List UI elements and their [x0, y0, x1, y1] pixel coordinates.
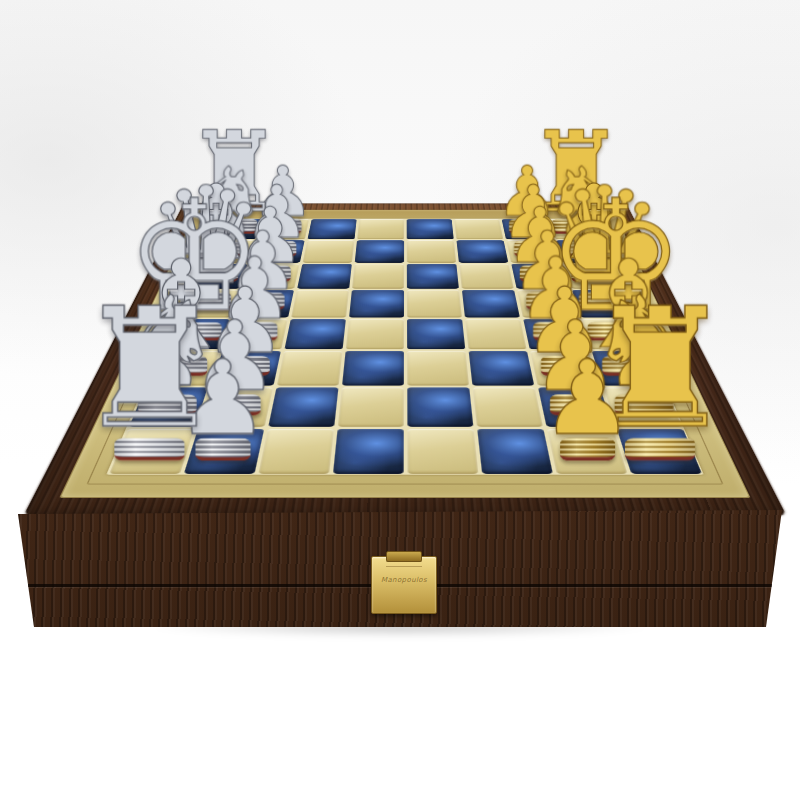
piece-base: [625, 438, 695, 461]
square-tile: [341, 351, 403, 386]
latch-engraving: Manopoulos: [372, 576, 436, 584]
square-a2: [256, 219, 310, 240]
square-c3: [295, 263, 353, 289]
rook-glyph: ♜: [76, 291, 225, 444]
square-tile: [501, 219, 552, 239]
piece-base: [115, 438, 185, 461]
square-tile: [354, 240, 403, 262]
piece-body: ♟: [541, 349, 633, 460]
pawn-glyph: ♟: [541, 349, 633, 444]
square-tile: [456, 240, 508, 262]
square-tile: [454, 219, 503, 239]
square-tile: [284, 319, 346, 350]
square-tile: [257, 219, 308, 239]
latch-engraved-line: [386, 566, 422, 567]
square-tile: [406, 219, 453, 239]
square-tile: [302, 240, 354, 262]
square-tile: [357, 219, 404, 239]
square-c6: [457, 263, 515, 289]
square-tile: [349, 290, 404, 317]
square-d4: [347, 289, 405, 318]
square-d5: [405, 289, 463, 318]
product-photo-stage: ♜♞♝♛♚♝♞♜♟♟♟♟♟♟♟♟♟♟♟♟♟♟♟♟♜♞♝♛♚♝♞♜ Manopou…: [0, 0, 800, 800]
square-f4: [340, 350, 405, 386]
square-a5: [405, 219, 455, 240]
square-tile: [297, 264, 352, 289]
square-tile: [407, 429, 478, 474]
square-a4: [355, 219, 405, 240]
square-b4: [353, 240, 405, 263]
square-tile: [291, 290, 349, 317]
square-tile: [345, 319, 403, 350]
square-tile: [276, 351, 342, 386]
square-tile: [406, 264, 458, 289]
square-tile: [407, 351, 469, 386]
square-tile: [337, 387, 403, 426]
square-tile: [332, 429, 403, 474]
square-b5: [405, 240, 457, 263]
square-b6: [455, 240, 510, 263]
square-tile: [407, 387, 473, 426]
square-tile: [406, 290, 461, 317]
square-tile: [459, 264, 514, 289]
square-g5: [405, 386, 475, 427]
board-wood-frame: ♜♞♝♛♚♝♞♜♟♟♟♟♟♟♟♟♟♟♟♟♟♟♟♟♜♞♝♛♚♝♞♜: [24, 204, 787, 516]
square-c4: [350, 263, 405, 289]
square-tile: [407, 319, 465, 350]
piece-body: ♜: [76, 291, 225, 460]
square-f5: [405, 350, 470, 386]
square-a3: [306, 219, 358, 240]
square-tile: [352, 264, 404, 289]
square-e4: [344, 318, 405, 350]
square-c5: [405, 263, 460, 289]
square-d6: [460, 289, 521, 318]
board-3d-scene: ♜♞♝♛♚♝♞♜♟♟♟♟♟♟♟♟♟♟♟♟♟♟♟♟♜♞♝♛♚♝♞♜: [0, 0, 800, 800]
piece-base: [560, 438, 615, 461]
square-a6: [452, 219, 504, 240]
square-e5: [405, 318, 466, 350]
square-d3: [289, 289, 350, 318]
square-tile: [268, 387, 338, 426]
square-tile: [461, 290, 519, 317]
square-tile: [258, 429, 334, 474]
square-h5: [405, 428, 480, 475]
square-g4: [335, 386, 405, 427]
square-tile: [307, 219, 356, 239]
brass-latch: Manopoulos: [371, 556, 437, 614]
square-b3: [301, 240, 356, 263]
square-tile: [406, 240, 455, 262]
latch-clasp-icon: [386, 551, 422, 562]
square-h4: [330, 428, 405, 475]
